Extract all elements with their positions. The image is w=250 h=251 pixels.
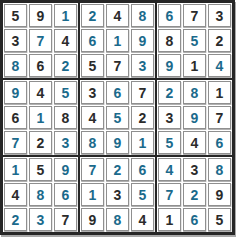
cell-r3c7[interactable]: 9 (158, 54, 181, 77)
cell-r6c7[interactable]: 5 (158, 131, 181, 154)
cell-r5c9[interactable]: 7 (208, 106, 231, 129)
cell-r7c7[interactable]: 4 (158, 158, 181, 181)
cell-r1c2[interactable]: 9 (29, 4, 52, 27)
cell-r2c4[interactable]: 6 (81, 29, 104, 52)
cell-r2c2[interactable]: 7 (29, 29, 52, 52)
cell-r7c9[interactable]: 8 (208, 158, 231, 181)
cell-r5c4[interactable]: 4 (81, 106, 104, 129)
cell-r6c9[interactable]: 6 (208, 131, 231, 154)
cell-r9c8[interactable]: 6 (183, 208, 206, 231)
cell-r2c8[interactable]: 5 (183, 29, 206, 52)
cell-r9c1[interactable]: 2 (4, 208, 27, 231)
box-1-2: 248619573 (79, 2, 156, 79)
cell-r1c6[interactable]: 8 (131, 4, 154, 27)
cell-r3c6[interactable]: 3 (131, 54, 154, 77)
cell-r7c5[interactable]: 2 (106, 158, 129, 181)
cell-r3c8[interactable]: 1 (183, 54, 206, 77)
cell-r1c8[interactable]: 7 (183, 4, 206, 27)
cell-r6c6[interactable]: 1 (131, 131, 154, 154)
cell-r9c7[interactable]: 1 (158, 208, 181, 231)
cell-r2c5[interactable]: 1 (106, 29, 129, 52)
cell-r8c9[interactable]: 9 (208, 183, 231, 206)
cell-r4c3[interactable]: 5 (54, 81, 77, 104)
cell-r9c3[interactable]: 7 (54, 208, 77, 231)
cell-r8c7[interactable]: 7 (158, 183, 181, 206)
cell-r7c8[interactable]: 3 (183, 158, 206, 181)
cell-r2c9[interactable]: 2 (208, 29, 231, 52)
cell-r3c5[interactable]: 7 (106, 54, 129, 77)
cell-r5c6[interactable]: 2 (131, 106, 154, 129)
cell-r1c1[interactable]: 5 (4, 4, 27, 27)
cell-r4c6[interactable]: 7 (131, 81, 154, 104)
cell-r5c2[interactable]: 1 (29, 106, 52, 129)
cell-r7c1[interactable]: 1 (4, 158, 27, 181)
box-3-3: 438729165 (156, 156, 233, 233)
cell-r3c4[interactable]: 5 (81, 54, 104, 77)
cell-r9c6[interactable]: 4 (131, 208, 154, 231)
cell-r4c4[interactable]: 3 (81, 81, 104, 104)
cell-r6c8[interactable]: 4 (183, 131, 206, 154)
cell-r1c7[interactable]: 6 (158, 4, 181, 27)
cell-r3c1[interactable]: 8 (4, 54, 27, 77)
cell-r4c2[interactable]: 4 (29, 81, 52, 104)
cell-r8c5[interactable]: 3 (106, 183, 129, 206)
cell-r8c2[interactable]: 8 (29, 183, 52, 206)
box-1-3: 673852914 (156, 2, 233, 79)
cell-r9c2[interactable]: 3 (29, 208, 52, 231)
cell-r8c3[interactable]: 6 (54, 183, 77, 206)
cell-r2c1[interactable]: 3 (4, 29, 27, 52)
cell-r5c7[interactable]: 3 (158, 106, 181, 129)
box-2-1: 945618723 (2, 79, 79, 156)
cell-r3c3[interactable]: 2 (54, 54, 77, 77)
cell-r7c6[interactable]: 6 (131, 158, 154, 181)
cell-r5c3[interactable]: 8 (54, 106, 77, 129)
cell-r1c9[interactable]: 3 (208, 4, 231, 27)
cell-r5c1[interactable]: 6 (4, 106, 27, 129)
box-2-2: 367452891 (79, 79, 156, 156)
cell-r7c2[interactable]: 5 (29, 158, 52, 181)
cell-r2c3[interactable]: 4 (54, 29, 77, 52)
cell-r2c7[interactable]: 8 (158, 29, 181, 52)
cell-r2c6[interactable]: 9 (131, 29, 154, 52)
box-3-2: 726135984 (79, 156, 156, 233)
cell-r1c5[interactable]: 4 (106, 4, 129, 27)
cell-r6c3[interactable]: 3 (54, 131, 77, 154)
box-2-3: 281397546 (156, 79, 233, 156)
sudoku-board: 5913748622486195736738529149456187233674… (0, 0, 235, 235)
cell-r9c9[interactable]: 5 (208, 208, 231, 231)
cell-r7c3[interactable]: 9 (54, 158, 77, 181)
cell-r6c5[interactable]: 9 (106, 131, 129, 154)
cell-r3c2[interactable]: 6 (29, 54, 52, 77)
box-1-1: 591374862 (2, 2, 79, 79)
cell-r1c3[interactable]: 1 (54, 4, 77, 27)
cell-r5c5[interactable]: 5 (106, 106, 129, 129)
cell-r4c5[interactable]: 6 (106, 81, 129, 104)
cell-r3c9[interactable]: 4 (208, 54, 231, 77)
cell-r4c9[interactable]: 1 (208, 81, 231, 104)
cell-r1c4[interactable]: 2 (81, 4, 104, 27)
cell-r9c4[interactable]: 9 (81, 208, 104, 231)
cell-r6c4[interactable]: 8 (81, 131, 104, 154)
cell-r9c5[interactable]: 8 (106, 208, 129, 231)
cell-r6c2[interactable]: 2 (29, 131, 52, 154)
cell-r4c1[interactable]: 9 (4, 81, 27, 104)
cell-r6c1[interactable]: 7 (4, 131, 27, 154)
cell-r5c8[interactable]: 9 (183, 106, 206, 129)
cell-r8c1[interactable]: 4 (4, 183, 27, 206)
cell-r8c6[interactable]: 5 (131, 183, 154, 206)
cell-r8c4[interactable]: 1 (81, 183, 104, 206)
cell-r4c7[interactable]: 2 (158, 81, 181, 104)
cell-r4c8[interactable]: 8 (183, 81, 206, 104)
cell-r8c8[interactable]: 2 (183, 183, 206, 206)
cell-r7c4[interactable]: 7 (81, 158, 104, 181)
box-3-1: 159486237 (2, 156, 79, 233)
